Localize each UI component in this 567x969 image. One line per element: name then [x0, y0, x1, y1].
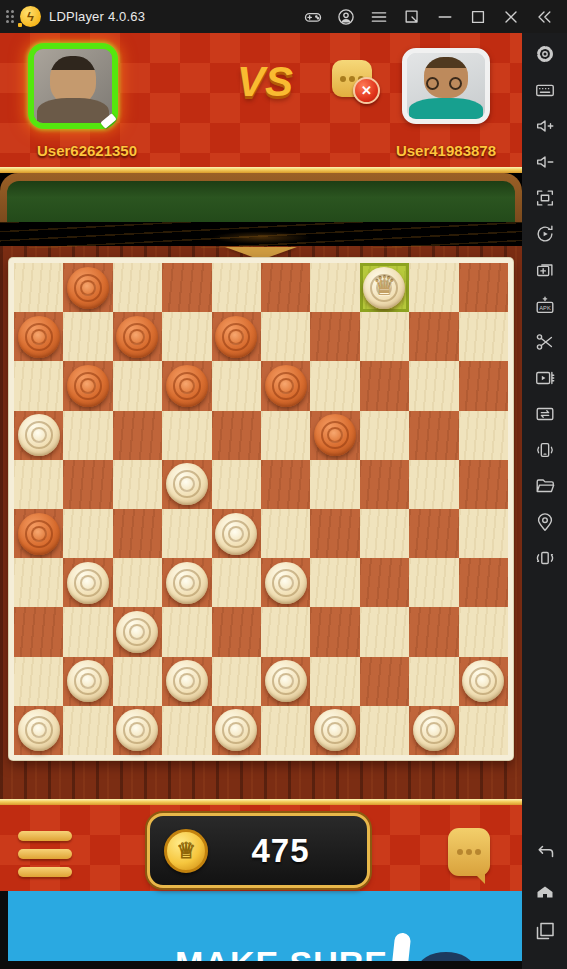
- recent-apps-button[interactable]: [533, 919, 557, 943]
- square-r2c0[interactable]: [14, 361, 63, 410]
- square-r8c2[interactable]: [113, 657, 162, 706]
- grip-dots-icon[interactable]: [6, 10, 14, 23]
- square-r4c6[interactable]: [310, 460, 359, 509]
- square-r0c6[interactable]: [310, 263, 359, 312]
- square-r8c0[interactable]: [14, 657, 63, 706]
- title-bar: ϟ LDPlayer 4.0.63: [0, 0, 567, 33]
- square-r4c1[interactable]: [63, 460, 112, 509]
- orange-man[interactable]: [18, 513, 60, 555]
- orange-man[interactable]: [166, 365, 208, 407]
- square-r6c6[interactable]: [310, 558, 359, 607]
- square-r2c7[interactable]: [360, 361, 409, 410]
- square-r4c4[interactable]: [212, 460, 261, 509]
- white-man[interactable]: [67, 562, 109, 604]
- home-button[interactable]: [533, 879, 557, 903]
- svg-text:APK: APK: [539, 305, 551, 311]
- square-r9c4[interactable]: [212, 706, 261, 755]
- rotate-screen-icon[interactable]: [533, 546, 557, 570]
- square-r0c5[interactable]: [261, 263, 310, 312]
- square-r0c2[interactable]: [113, 263, 162, 312]
- shared-folder-icon[interactable]: [533, 474, 557, 498]
- gold-divider-bottom: [0, 799, 522, 805]
- operation-recorder-icon[interactable]: [533, 222, 557, 246]
- square-r3c3[interactable]: [162, 411, 211, 460]
- square-r9c1[interactable]: [63, 706, 112, 755]
- square-r5c7[interactable]: [360, 509, 409, 558]
- orange-man[interactable]: [265, 365, 307, 407]
- screenshot-resize-icon[interactable]: [399, 4, 425, 30]
- square-r8c1[interactable]: [63, 657, 112, 706]
- square-r3c2[interactable]: [113, 411, 162, 460]
- square-r1c9[interactable]: [459, 312, 508, 361]
- square-r0c4[interactable]: [212, 263, 261, 312]
- ldplayer-logo-icon: ϟ: [20, 6, 41, 27]
- square-r0c3[interactable]: [162, 263, 211, 312]
- square-r2c8[interactable]: [409, 361, 458, 410]
- square-r5c1[interactable]: [63, 509, 112, 558]
- maximize-icon[interactable]: [465, 4, 491, 30]
- screen-recorder-icon[interactable]: [533, 366, 557, 390]
- square-r8c4[interactable]: [212, 657, 261, 706]
- vs-label: VS: [208, 58, 322, 106]
- square-r4c8[interactable]: [409, 460, 458, 509]
- square-r0c0[interactable]: [14, 263, 63, 312]
- coin-counter[interactable]: ♕ 475: [147, 813, 370, 888]
- square-r6c1[interactable]: [63, 558, 112, 607]
- install-package-icon[interactable]: [533, 258, 557, 282]
- white-man[interactable]: [166, 562, 208, 604]
- square-r1c5[interactable]: [261, 312, 310, 361]
- square-r3c5[interactable]: [261, 411, 310, 460]
- square-r2c9[interactable]: [459, 361, 508, 410]
- orange-man[interactable]: [18, 316, 60, 358]
- square-r2c3[interactable]: [162, 361, 211, 410]
- white-man[interactable]: [265, 562, 307, 604]
- square-r6c8[interactable]: [409, 558, 458, 607]
- banner-bottom-strip: [0, 961, 522, 969]
- file-transfer-icon[interactable]: [533, 402, 557, 426]
- square-r2c4[interactable]: [212, 361, 261, 410]
- white-man[interactable]: [314, 709, 356, 751]
- square-r9c5[interactable]: [261, 706, 310, 755]
- square-r1c6[interactable]: [310, 312, 359, 361]
- banner-notch: [0, 891, 8, 969]
- white-man[interactable]: [413, 709, 455, 751]
- square-r7c8[interactable]: [409, 607, 458, 656]
- white-man[interactable]: [116, 709, 158, 751]
- square-r7c5[interactable]: [261, 607, 310, 656]
- square-r7c4[interactable]: [212, 607, 261, 656]
- left-player-portrait: [34, 49, 112, 123]
- square-r0c8[interactable]: [409, 263, 458, 312]
- square-r8c8[interactable]: [409, 657, 458, 706]
- keyboard-icon[interactable]: [533, 78, 557, 102]
- square-r2c2[interactable]: [113, 361, 162, 410]
- volume-up-icon[interactable]: [533, 114, 557, 138]
- emulator-toolbar: APK: [522, 33, 567, 969]
- felt-frame: [0, 173, 522, 222]
- orange-man[interactable]: [116, 316, 158, 358]
- close-icon[interactable]: [498, 4, 524, 30]
- square-r3c0[interactable]: [14, 411, 63, 460]
- left-player-name: User62621350: [6, 142, 168, 159]
- square-r6c4[interactable]: [212, 558, 261, 607]
- square-r4c3[interactable]: [162, 460, 211, 509]
- square-r3c1[interactable]: [63, 411, 112, 460]
- square-r9c7[interactable]: [360, 706, 409, 755]
- square-r5c8[interactable]: [409, 509, 458, 558]
- orange-man[interactable]: [314, 414, 356, 456]
- square-r1c8[interactable]: [409, 312, 458, 361]
- board-grid: ♛: [14, 263, 508, 755]
- square-r3c6[interactable]: [310, 411, 359, 460]
- square-r6c0[interactable]: [14, 558, 63, 607]
- square-r6c3[interactable]: [162, 558, 211, 607]
- king-crown-glyph: ♛: [373, 273, 396, 299]
- white-man[interactable]: [166, 660, 208, 702]
- gamepad-icon[interactable]: [300, 4, 326, 30]
- square-r6c7[interactable]: [360, 558, 409, 607]
- square-r4c9[interactable]: [459, 460, 508, 509]
- square-r2c6[interactable]: [310, 361, 359, 410]
- square-r5c0[interactable]: [14, 509, 63, 558]
- square-r8c5[interactable]: [261, 657, 310, 706]
- android-nav-buttons: [533, 839, 557, 943]
- square-r1c7[interactable]: [360, 312, 409, 361]
- square-r1c2[interactable]: [113, 312, 162, 361]
- square-r9c8[interactable]: [409, 706, 458, 755]
- settings-gear-icon[interactable]: [533, 42, 557, 66]
- square-r7c0[interactable]: [14, 607, 63, 656]
- square-r8c3[interactable]: [162, 657, 211, 706]
- gold-divider-top: [0, 167, 522, 173]
- collapse-sidebar-icon[interactable]: [531, 4, 557, 30]
- orange-man[interactable]: [215, 316, 257, 358]
- square-r6c9[interactable]: [459, 558, 508, 607]
- white-man[interactable]: [215, 513, 257, 555]
- square-r0c9[interactable]: [459, 263, 508, 312]
- square-r9c2[interactable]: [113, 706, 162, 755]
- white-man[interactable]: [18, 709, 60, 751]
- right-player-avatar[interactable]: [402, 48, 490, 124]
- square-r2c5[interactable]: [261, 361, 310, 410]
- square-r0c1[interactable]: [63, 263, 112, 312]
- orange-man[interactable]: [67, 365, 109, 407]
- square-r4c0[interactable]: [14, 460, 63, 509]
- account-icon[interactable]: [333, 4, 359, 30]
- square-r3c9[interactable]: [459, 411, 508, 460]
- fullscreen-icon[interactable]: [533, 186, 557, 210]
- right-player-portrait: [407, 53, 485, 119]
- square-r4c7[interactable]: [360, 460, 409, 509]
- square-r5c9[interactable]: [459, 509, 508, 558]
- square-r4c2[interactable]: [113, 460, 162, 509]
- square-r7c7[interactable]: [360, 607, 409, 656]
- apk-install-icon[interactable]: APK: [533, 294, 557, 318]
- menu-icon[interactable]: [366, 4, 392, 30]
- chat-button[interactable]: [448, 828, 490, 876]
- square-r7c1[interactable]: [63, 607, 112, 656]
- square-r5c5[interactable]: [261, 509, 310, 558]
- square-r7c6[interactable]: [310, 607, 359, 656]
- ad-banner[interactable]: MAKE SURE: [0, 891, 522, 969]
- chat-disabled-x-badge: ✕: [353, 77, 380, 104]
- menu-button[interactable]: [18, 831, 72, 877]
- crown-coin-icon: ♕: [164, 829, 208, 873]
- coin-amount: 475: [208, 832, 353, 870]
- square-r5c4[interactable]: [212, 509, 261, 558]
- square-r7c2[interactable]: [113, 607, 162, 656]
- white-man[interactable]: [67, 660, 109, 702]
- square-r5c2[interactable]: [113, 509, 162, 558]
- minimize-icon[interactable]: [432, 4, 458, 30]
- left-player-avatar[interactable]: [28, 43, 118, 129]
- green-felt-panel: [7, 181, 515, 222]
- square-r3c8[interactable]: [409, 411, 458, 460]
- ldplayer-window: ϟ LDPlayer 4.0.63: [0, 0, 567, 969]
- square-r9c3[interactable]: [162, 706, 211, 755]
- white-man[interactable]: [215, 709, 257, 751]
- square-r7c9[interactable]: [459, 607, 508, 656]
- square-r0c7[interactable]: ♛: [360, 263, 409, 312]
- square-r8c9[interactable]: [459, 657, 508, 706]
- volume-down-icon[interactable]: [533, 150, 557, 174]
- square-r8c7[interactable]: [360, 657, 409, 706]
- white-man[interactable]: [116, 611, 158, 653]
- square-r8c6[interactable]: [310, 657, 359, 706]
- square-r5c6[interactable]: [310, 509, 359, 558]
- square-r6c2[interactable]: [113, 558, 162, 607]
- square-r9c0[interactable]: [14, 706, 63, 755]
- orange-man[interactable]: [67, 267, 109, 309]
- square-r3c4[interactable]: [212, 411, 261, 460]
- square-r1c3[interactable]: [162, 312, 211, 361]
- square-r3c7[interactable]: [360, 411, 409, 460]
- shake-icon[interactable]: [533, 438, 557, 462]
- white-man[interactable]: [18, 414, 60, 456]
- right-player-name: User41983878: [336, 142, 496, 159]
- square-r1c4[interactable]: [212, 312, 261, 361]
- wooden-ledge: [0, 222, 522, 248]
- white-king[interactable]: ♛: [363, 267, 405, 309]
- square-r2c1[interactable]: [63, 361, 112, 410]
- square-r9c9[interactable]: [459, 706, 508, 755]
- window-title: LDPlayer 4.0.63: [49, 9, 145, 24]
- square-r9c6[interactable]: [310, 706, 359, 755]
- square-r5c3[interactable]: [162, 509, 211, 558]
- square-r7c3[interactable]: [162, 607, 211, 656]
- virtual-gps-icon[interactable]: [533, 510, 557, 534]
- white-man[interactable]: [166, 463, 208, 505]
- square-r6c5[interactable]: [261, 558, 310, 607]
- cut-icon[interactable]: [533, 330, 557, 354]
- back-button[interactable]: [533, 839, 557, 863]
- white-man[interactable]: [265, 660, 307, 702]
- square-r1c0[interactable]: [14, 312, 63, 361]
- square-r4c5[interactable]: [261, 460, 310, 509]
- white-man[interactable]: [462, 660, 504, 702]
- square-r1c1[interactable]: [63, 312, 112, 361]
